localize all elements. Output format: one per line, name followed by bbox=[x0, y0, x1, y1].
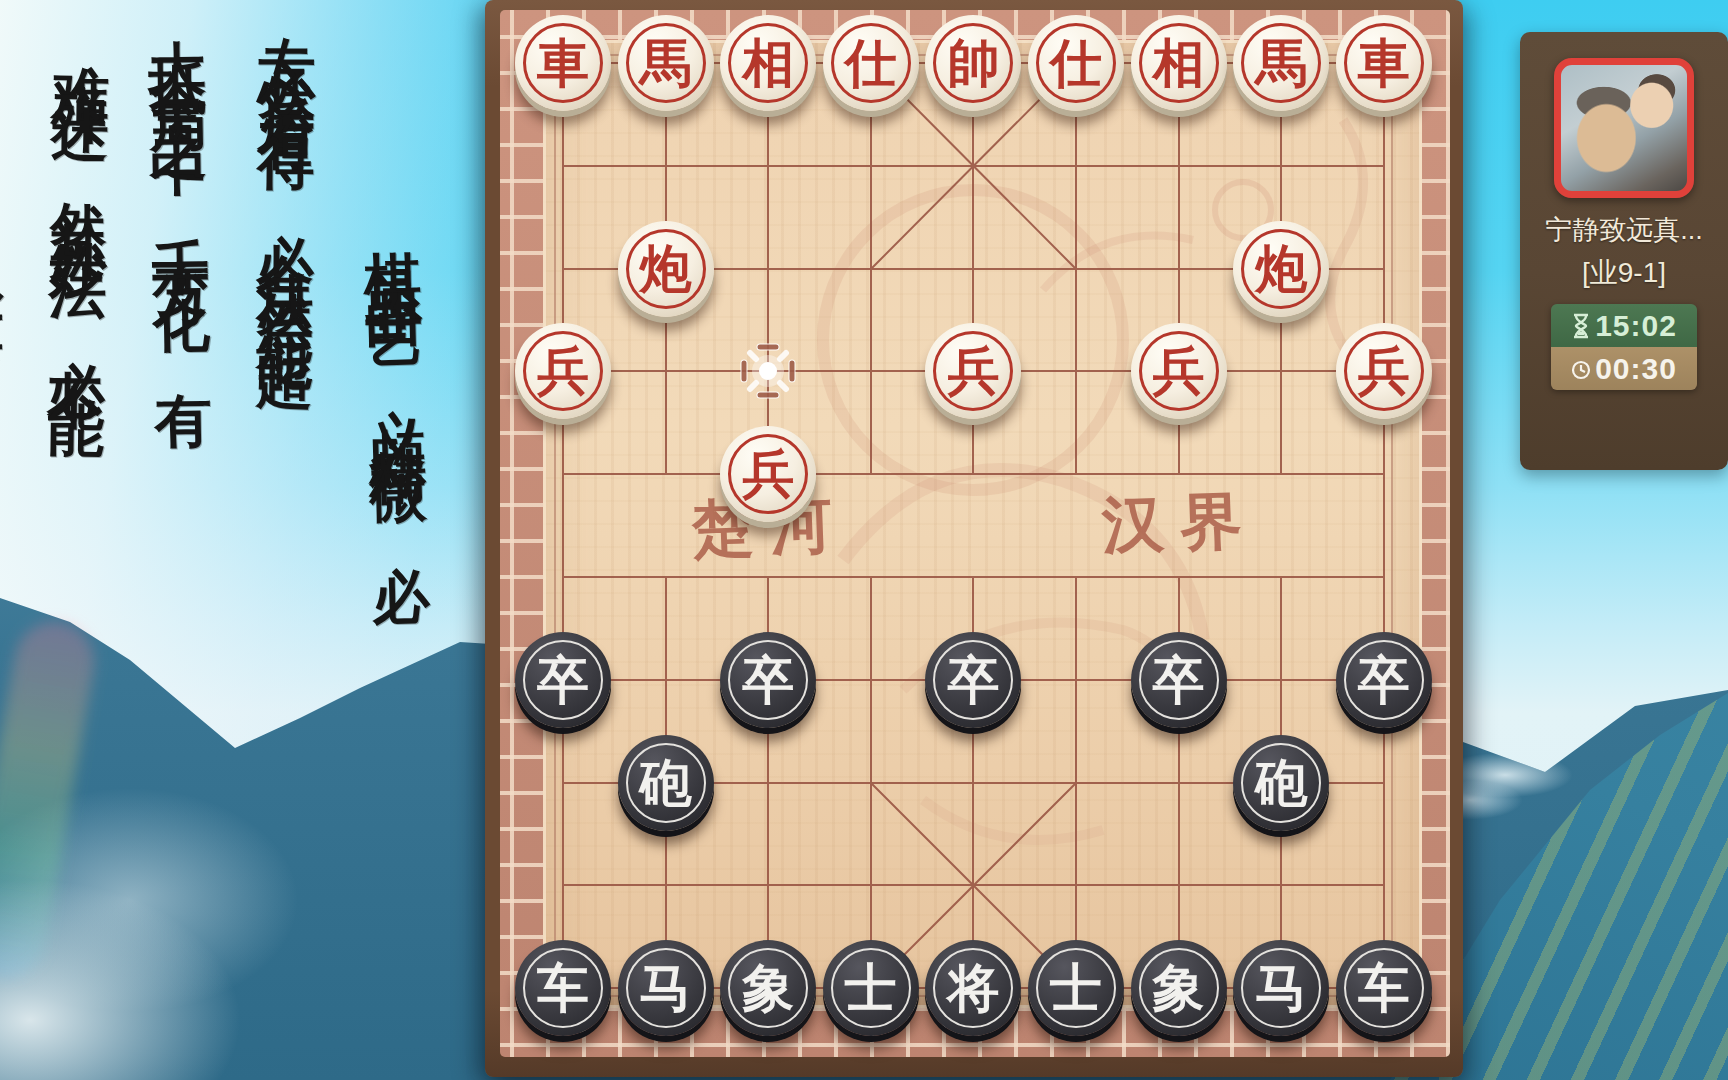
piece-red[interactable]: 炮 bbox=[1233, 221, 1329, 317]
piece-black[interactable]: 象 bbox=[1131, 940, 1227, 1036]
piece-glyph: 相 bbox=[742, 37, 794, 89]
piece-ring: 相 bbox=[728, 23, 808, 103]
piece-red[interactable]: 兵 bbox=[515, 323, 611, 419]
piece-black[interactable]: 砲 bbox=[1233, 735, 1329, 831]
piece-glyph: 相 bbox=[1153, 37, 1205, 89]
piece-black[interactable]: 卒 bbox=[720, 632, 816, 728]
piece-red[interactable]: 相 bbox=[720, 15, 816, 111]
calligraphy-column: 专心然后有得，必合法然后能超 bbox=[260, 0, 327, 327]
piece-glyph: 卒 bbox=[1153, 654, 1205, 706]
calligraphy-column: 难殚述，然其妙法，必不能 bbox=[52, 20, 121, 375]
piece-black[interactable]: 士 bbox=[1028, 940, 1124, 1036]
timer-total-value: 15:02 bbox=[1595, 309, 1677, 343]
piece-ring: 马 bbox=[1241, 948, 1321, 1028]
river-label-right: 汉界 bbox=[1101, 478, 1260, 567]
piece-black[interactable]: 砲 bbox=[618, 735, 714, 831]
piece-glyph: 砲 bbox=[1255, 757, 1307, 809]
piece-glyph: 士 bbox=[845, 962, 897, 1014]
piece-red[interactable]: 馬 bbox=[618, 15, 714, 111]
piece-ring: 車 bbox=[523, 23, 603, 103]
piece-black[interactable]: 车 bbox=[515, 940, 611, 1036]
piece-glyph: 车 bbox=[1358, 962, 1410, 1014]
piece-red[interactable]: 車 bbox=[515, 15, 611, 111]
piece-ring: 马 bbox=[626, 948, 706, 1028]
piece-black[interactable]: 车 bbox=[1336, 940, 1432, 1036]
piece-ring: 帥 bbox=[933, 23, 1013, 103]
piece-glyph: 馬 bbox=[1255, 37, 1307, 89]
piece-glyph: 士 bbox=[1050, 962, 1102, 1014]
piece-ring: 兵 bbox=[523, 331, 603, 411]
piece-glyph: 仕 bbox=[1050, 37, 1102, 89]
clock-icon bbox=[1571, 356, 1591, 382]
piece-glyph: 象 bbox=[1153, 962, 1205, 1014]
piece-glyph: 炮 bbox=[640, 243, 692, 295]
piece-ring: 兵 bbox=[933, 331, 1013, 411]
piece-ring: 兵 bbox=[1344, 331, 1424, 411]
piece-ring: 将 bbox=[933, 948, 1013, 1028]
piece-ring: 炮 bbox=[626, 229, 706, 309]
hourglass-icon bbox=[1571, 313, 1591, 339]
piece-glyph: 炮 bbox=[1255, 243, 1307, 295]
timer-move-value: 00:30 bbox=[1595, 352, 1677, 386]
piece-glyph: 砲 bbox=[640, 757, 692, 809]
timer-total: 15:02 bbox=[1551, 304, 1697, 347]
avatar bbox=[1554, 58, 1694, 198]
piece-ring: 士 bbox=[1036, 948, 1116, 1028]
piece-ring: 车 bbox=[1344, 948, 1424, 1028]
piece-ring: 士 bbox=[831, 948, 911, 1028]
piece-red[interactable]: 馬 bbox=[1233, 15, 1329, 111]
piece-ring: 仕 bbox=[831, 23, 911, 103]
piece-red[interactable]: 兵 bbox=[1131, 323, 1227, 419]
piece-black[interactable]: 卒 bbox=[925, 632, 1021, 728]
piece-red[interactable]: 車 bbox=[1336, 15, 1432, 111]
piece-ring: 卒 bbox=[1139, 640, 1219, 720]
piece-glyph: 马 bbox=[1255, 962, 1307, 1014]
piece-ring: 兵 bbox=[1139, 331, 1219, 411]
piece-glyph: 象 bbox=[742, 962, 794, 1014]
calligraphy-column: 大抵全局之中，千变万化，有 bbox=[151, 0, 222, 369]
piece-glyph: 兵 bbox=[537, 345, 589, 397]
xiangqi-board[interactable]: 楚河 汉界 車馬相仕帥仕相馬車炮炮兵兵兵兵兵卒卒卒卒卒砲砲车马象士将士象马车 bbox=[485, 0, 1463, 1077]
piece-black[interactable]: 马 bbox=[618, 940, 714, 1036]
piece-ring: 卒 bbox=[1344, 640, 1424, 720]
piece-glyph: 帥 bbox=[947, 37, 999, 89]
piece-red[interactable]: 仕 bbox=[823, 15, 919, 111]
piece-ring: 卒 bbox=[728, 640, 808, 720]
piece-red[interactable]: 兵 bbox=[720, 426, 816, 522]
piece-glyph: 卒 bbox=[537, 654, 589, 706]
grid-lines bbox=[543, 40, 1422, 1008]
board-surface[interactable]: 楚河 汉界 bbox=[543, 40, 1422, 1008]
piece-ring: 仕 bbox=[1036, 23, 1116, 103]
piece-red[interactable]: 帥 bbox=[925, 15, 1021, 111]
piece-ring: 车 bbox=[523, 948, 603, 1028]
piece-glyph: 马 bbox=[640, 962, 692, 1014]
piece-black[interactable]: 象 bbox=[720, 940, 816, 1036]
calligraphy-column: 棋虽曲艺，义颇精微，必 bbox=[366, 204, 439, 540]
piece-black[interactable]: 将 bbox=[925, 940, 1021, 1036]
piece-ring: 炮 bbox=[1241, 229, 1321, 309]
piece-black[interactable]: 卒 bbox=[1336, 632, 1432, 728]
piece-black[interactable]: 士 bbox=[823, 940, 919, 1036]
piece-ring: 兵 bbox=[728, 434, 808, 514]
piece-ring: 卒 bbox=[933, 640, 1013, 720]
piece-glyph: 卒 bbox=[742, 654, 794, 706]
move-indicator bbox=[736, 339, 800, 403]
piece-glyph: 兵 bbox=[1358, 345, 1410, 397]
piece-ring: 車 bbox=[1344, 23, 1424, 103]
piece-red[interactable]: 炮 bbox=[618, 221, 714, 317]
piece-ring: 砲 bbox=[626, 743, 706, 823]
piece-black[interactable]: 马 bbox=[1233, 940, 1329, 1036]
piece-ring: 卒 bbox=[523, 640, 603, 720]
piece-glyph: 車 bbox=[1358, 37, 1410, 89]
piece-glyph: 車 bbox=[537, 37, 589, 89]
piece-glyph: 兵 bbox=[1153, 345, 1205, 397]
piece-glyph: 兵 bbox=[742, 448, 794, 500]
piece-black[interactable]: 卒 bbox=[1131, 632, 1227, 728]
timer-move: 00:30 bbox=[1551, 347, 1697, 390]
player-panel: 宁静致远真... [业9-1] 15:02 00:30 bbox=[1520, 32, 1728, 470]
piece-red[interactable]: 仕 bbox=[1028, 15, 1124, 111]
app-screen: 棋虽曲艺，义颇精微，必专心然后有得，必合法然后能超大抵全局之中，千变万化，有难殚… bbox=[0, 0, 1728, 1080]
piece-ring: 相 bbox=[1139, 23, 1219, 103]
timer-box: 15:02 00:30 bbox=[1551, 304, 1697, 390]
player-name: 宁静致远真... bbox=[1545, 212, 1703, 248]
piece-glyph: 馬 bbox=[640, 37, 692, 89]
piece-ring: 象 bbox=[1139, 948, 1219, 1028]
piece-ring: 砲 bbox=[1241, 743, 1321, 823]
piece-ring: 象 bbox=[728, 948, 808, 1028]
piece-glyph: 兵 bbox=[947, 345, 999, 397]
piece-black[interactable]: 卒 bbox=[515, 632, 611, 728]
piece-red[interactable]: 相 bbox=[1131, 15, 1227, 111]
piece-glyph: 车 bbox=[537, 962, 589, 1014]
piece-glyph: 仕 bbox=[845, 37, 897, 89]
player-rank: [业9-1] bbox=[1582, 254, 1666, 292]
calligraphy-panel: 棋虽曲艺，义颇精微，必专心然后有得，必合法然后能超大抵全局之中，千变万化，有难殚… bbox=[0, 0, 460, 1080]
piece-glyph: 将 bbox=[947, 962, 999, 1014]
piece-ring: 馬 bbox=[626, 23, 706, 103]
piece-red[interactable]: 兵 bbox=[1336, 323, 1432, 419]
piece-glyph: 卒 bbox=[1358, 654, 1410, 706]
piece-glyph: 卒 bbox=[947, 654, 999, 706]
piece-ring: 馬 bbox=[1241, 23, 1321, 103]
calligraphy-column: 外乎其中 bbox=[0, 220, 14, 300]
